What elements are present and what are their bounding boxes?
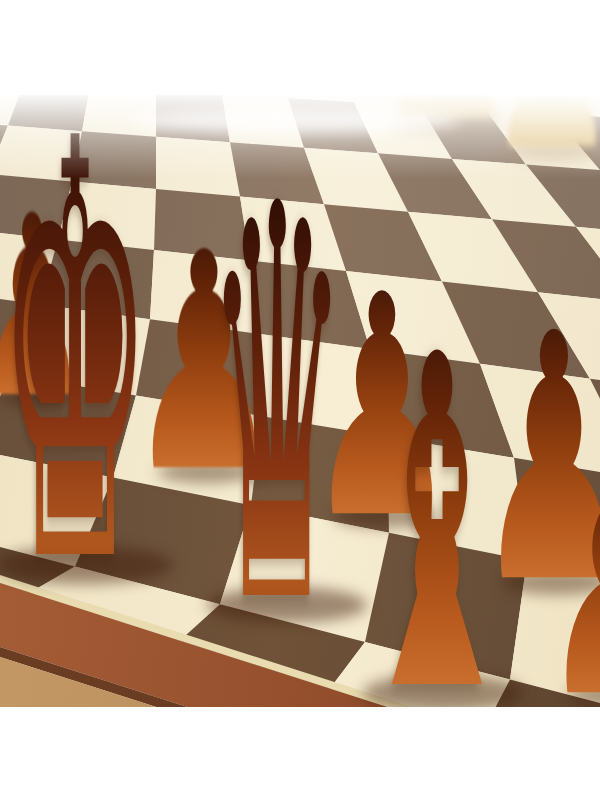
chess-set-photo: ♟♟♟♟♟♟♚♛♟♝ bbox=[0, 95, 600, 707]
photo-effects bbox=[0, 95, 600, 707]
background-bottom bbox=[0, 707, 600, 800]
product-photo-page: { "game": "chess", "scene_type": "wooden… bbox=[0, 0, 600, 800]
overexposure-fade bbox=[0, 95, 600, 179]
background-top bbox=[0, 0, 600, 95]
